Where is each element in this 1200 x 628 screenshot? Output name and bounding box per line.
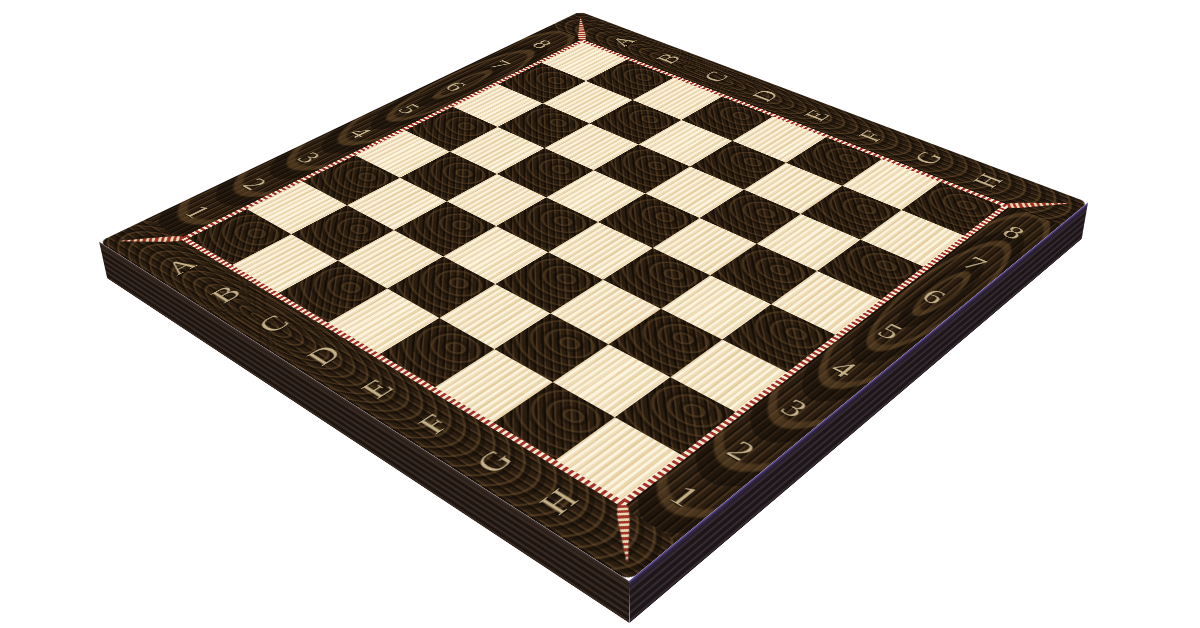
square-h7[interactable] [860,210,963,267]
square-e3[interactable] [495,252,603,313]
square-g6[interactable] [757,214,861,271]
square-h2[interactable] [615,377,736,454]
square-f3[interactable] [550,280,661,345]
square-h3[interactable] [670,340,787,412]
square-h4[interactable] [722,304,835,372]
square-f4[interactable] [603,248,710,309]
square-d3[interactable] [443,226,548,284]
square-c1[interactable] [279,261,388,323]
square-f5[interactable] [653,218,757,275]
square-h1[interactable] [556,417,681,500]
board-top-face: AA88BB77CC66DD55EE44FF33GG22HH11 [99,12,1088,581]
square-e1[interactable] [380,318,495,387]
square-h5[interactable] [771,271,881,335]
square-f2[interactable] [494,313,608,382]
square-e4[interactable] [548,222,652,280]
square-g2[interactable] [553,344,670,417]
square-g5[interactable] [710,244,817,304]
corner-dart-a1 [118,236,183,244]
square-g1[interactable] [493,382,614,460]
frame-band-bottom [99,219,678,581]
square-f1[interactable] [435,349,553,422]
frame-band-right [623,206,1061,541]
square-g4[interactable] [661,275,771,339]
square-c2[interactable] [338,230,443,288]
square-b1[interactable] [232,234,338,293]
board-3d-slab: AA88BB77CC66DD55EE44FF33GG22HH11 [99,12,1088,581]
squares-grid [188,42,1002,500]
square-d2[interactable] [387,256,495,318]
camera-roll-wrapper: AA88BB77CC66DD55EE44FF33GG22HH11 [0,0,1200,628]
square-g3[interactable] [609,309,723,377]
corner-dart-h1 [616,505,634,562]
square-e2[interactable] [439,284,550,349]
scene: AA88BB77CC66DD55EE44FF33GG22HH11 [0,0,1200,628]
square-h6[interactable] [817,240,923,300]
square-d1[interactable] [328,289,439,354]
